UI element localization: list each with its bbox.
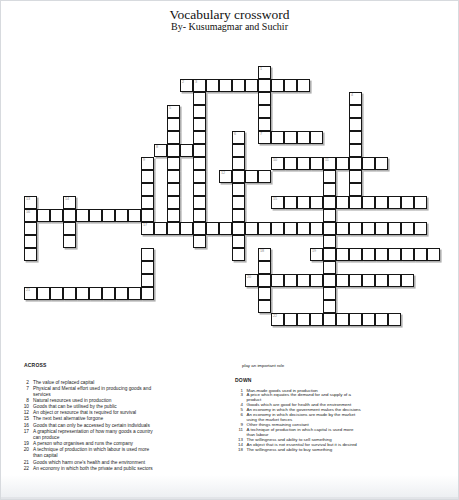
grid-cell[interactable]: 10: [271, 157, 284, 170]
clue-number: 2: [182, 80, 184, 84]
grid-cell[interactable]: [258, 105, 271, 118]
clue-number: 22: [273, 314, 277, 318]
grid-cell[interactable]: [193, 196, 206, 209]
grid-cell[interactable]: [141, 196, 154, 209]
grid-cell[interactable]: [414, 222, 427, 235]
grid-cell[interactable]: [310, 196, 323, 209]
grid-cell[interactable]: [141, 287, 154, 300]
grid-cell[interactable]: [206, 79, 219, 92]
clue-item-text: The willingness and ability to buy somet…: [247, 448, 333, 453]
clue-number: 8: [156, 145, 158, 149]
clue-number: 5: [169, 106, 171, 110]
grid-cell[interactable]: [414, 248, 427, 261]
grid-cell[interactable]: 5: [167, 105, 180, 118]
clue-number: 1: [260, 67, 262, 71]
grid-cell[interactable]: [232, 209, 245, 222]
grid-cell[interactable]: [24, 222, 37, 235]
clue-item-number: 18: [234, 448, 243, 453]
grid-cell[interactable]: [193, 105, 206, 118]
grid-cell[interactable]: [232, 183, 245, 196]
clue-item: 22An economy in which both the private a…: [20, 466, 230, 472]
clue-number: 16: [26, 210, 30, 214]
grid-cell[interactable]: [323, 248, 336, 261]
grid-cell[interactable]: [297, 196, 310, 209]
grid-cell[interactable]: [323, 209, 336, 222]
grid-cell[interactable]: [336, 222, 349, 235]
grid-cell[interactable]: [284, 157, 297, 170]
grid-cell[interactable]: [167, 170, 180, 183]
grid-cell[interactable]: [258, 261, 271, 274]
clue-item: 18The willingness and ability to buy som…: [234, 448, 444, 453]
grid-cell[interactable]: [193, 235, 206, 248]
down-clue-list: 1Man-made goods used in production3A pri…: [234, 389, 444, 453]
clue-number: 12: [221, 171, 225, 175]
grid-cell[interactable]: [323, 183, 336, 196]
grid-cell[interactable]: [232, 248, 245, 261]
grid-cell[interactable]: [388, 248, 401, 261]
grid-cell[interactable]: [297, 157, 310, 170]
grid-cell[interactable]: [349, 118, 362, 131]
grid-cell[interactable]: [349, 157, 362, 170]
grid-cell[interactable]: 13: [24, 196, 37, 209]
grid-cell[interactable]: [310, 157, 323, 170]
grid-cell[interactable]: [167, 144, 180, 157]
grid-cell[interactable]: [89, 209, 102, 222]
grid-cell[interactable]: [349, 196, 362, 209]
grid-cell[interactable]: [323, 261, 336, 274]
clue-number: 6: [234, 132, 236, 136]
grid-cell[interactable]: [401, 274, 414, 287]
grid-cell[interactable]: [193, 131, 206, 144]
grid-cell[interactable]: [310, 131, 323, 144]
grid-cell[interactable]: [167, 196, 180, 209]
clue-number: 17: [143, 223, 147, 227]
grid-cell[interactable]: [323, 313, 336, 326]
grid-cell[interactable]: 1: [258, 66, 271, 79]
clue-item-text: Physical and Mental effort used in produ…: [33, 386, 151, 398]
grid-cell[interactable]: [323, 300, 336, 313]
grid-cell[interactable]: [245, 170, 258, 183]
grid-cell[interactable]: [141, 183, 154, 196]
grid-cell[interactable]: [323, 222, 336, 235]
grid-cell[interactable]: [362, 196, 375, 209]
grid-cell[interactable]: [50, 209, 63, 222]
grid-cell[interactable]: [193, 209, 206, 222]
grid-cell[interactable]: [401, 248, 414, 261]
grid-cell[interactable]: [284, 196, 297, 209]
grid-cell[interactable]: [258, 222, 271, 235]
grid-cell[interactable]: [232, 157, 245, 170]
grid-cell[interactable]: [310, 222, 323, 235]
grid-cell[interactable]: [258, 92, 271, 105]
grid-cell[interactable]: [167, 157, 180, 170]
grid-cell[interactable]: 7: [258, 131, 271, 144]
grid-cell[interactable]: [271, 79, 284, 92]
grid-cell[interactable]: [141, 261, 154, 274]
grid-cell[interactable]: 21: [24, 287, 37, 300]
grid-cell[interactable]: 22: [271, 313, 284, 326]
grid-cell[interactable]: [219, 79, 232, 92]
grid-cell[interactable]: [336, 196, 349, 209]
grid-cell[interactable]: [141, 170, 154, 183]
clue-number: 14: [65, 197, 69, 201]
grid-cell[interactable]: [167, 131, 180, 144]
grid-cell[interactable]: 15: [271, 196, 284, 209]
grid-cell[interactable]: [310, 313, 323, 326]
grid-cell[interactable]: [297, 274, 310, 287]
grid-cell[interactable]: [349, 274, 362, 287]
grid-cell[interactable]: [37, 287, 50, 300]
clue-item-number: 17: [20, 429, 29, 441]
clue-item-number: 7: [20, 386, 29, 398]
clue-item: 7Physical and Mental effort used in prod…: [20, 386, 230, 398]
clue-number: 15: [273, 197, 277, 201]
grid-cell[interactable]: [362, 248, 375, 261]
grid-cell[interactable]: 18: [258, 248, 271, 261]
grid-cell[interactable]: [154, 222, 167, 235]
grid-cell[interactable]: [232, 144, 245, 157]
grid-cell[interactable]: [193, 183, 206, 196]
grid-cell[interactable]: [258, 118, 271, 131]
grid-cell[interactable]: [193, 222, 206, 235]
grid-cell[interactable]: [284, 79, 297, 92]
grid-cell[interactable]: [232, 222, 245, 235]
grid-cell[interactable]: [349, 248, 362, 261]
grid-cell[interactable]: [297, 131, 310, 144]
grid-cell[interactable]: [141, 248, 154, 261]
grid-cell[interactable]: 6: [232, 131, 245, 144]
grid-cell[interactable]: [76, 287, 89, 300]
grid-cell[interactable]: [258, 79, 271, 92]
clue-number: 18: [260, 249, 264, 253]
clue-number: 19: [312, 249, 316, 253]
grid-cell[interactable]: [284, 274, 297, 287]
grid-cell[interactable]: [193, 170, 206, 183]
grid-cell[interactable]: [193, 118, 206, 131]
grid-cell[interactable]: [349, 131, 362, 144]
grid-cell[interactable]: [128, 209, 141, 222]
grid-cell[interactable]: [180, 144, 193, 157]
grid-cell[interactable]: [414, 196, 427, 209]
grid-cell[interactable]: [115, 209, 128, 222]
grid-cell[interactable]: [232, 196, 245, 209]
grid-cell[interactable]: [284, 222, 297, 235]
clue-item-number: 20: [20, 447, 29, 459]
grid-cell[interactable]: 12: [219, 170, 232, 183]
grid-cell[interactable]: [76, 209, 89, 222]
grid-cell[interactable]: [323, 170, 336, 183]
grid-cell[interactable]: [271, 222, 284, 235]
grid-cell[interactable]: [401, 196, 414, 209]
grid-cell[interactable]: [193, 92, 206, 105]
across-header: ACROSS: [24, 362, 47, 368]
grid-cell[interactable]: [167, 118, 180, 131]
grid-cell[interactable]: [375, 248, 388, 261]
grid-cell[interactable]: [115, 287, 128, 300]
clue-number: 21: [26, 288, 30, 292]
grid-cell[interactable]: [362, 313, 375, 326]
page-bottom-shade: [1, 475, 458, 499]
grid-cell[interactable]: [401, 222, 414, 235]
grid-cell[interactable]: [362, 157, 375, 170]
grid-cell[interactable]: [193, 157, 206, 170]
grid-cell[interactable]: [219, 222, 232, 235]
grid-cell[interactable]: [24, 248, 37, 261]
grid-cell[interactable]: 8: [154, 144, 167, 157]
grid-cell[interactable]: [167, 183, 180, 196]
grid-cell[interactable]: [375, 222, 388, 235]
grid-cell[interactable]: [206, 222, 219, 235]
grid-cell[interactable]: [336, 157, 349, 170]
clue-item-number: 22: [20, 466, 29, 472]
grid-cell[interactable]: 17: [141, 222, 154, 235]
clue-number: 7: [260, 132, 262, 136]
page-byline: By- Kusumagmar and Suchir: [1, 21, 458, 32]
grid-cell[interactable]: [37, 209, 50, 222]
grid-cell[interactable]: [349, 105, 362, 118]
grid-cell[interactable]: [349, 222, 362, 235]
grid-cell[interactable]: [297, 313, 310, 326]
grid-cell[interactable]: 3: [193, 79, 206, 92]
grid-cell[interactable]: [323, 274, 336, 287]
grid-cell[interactable]: 4: [349, 92, 362, 105]
grid-cell[interactable]: [271, 274, 284, 287]
grid-cell[interactable]: [375, 157, 388, 170]
grid-cell[interactable]: [89, 287, 102, 300]
clue-22-overflow-text: play an important role: [242, 363, 284, 368]
grid-cell[interactable]: 9: [141, 157, 154, 170]
grid-cell[interactable]: [258, 300, 271, 313]
grid-cell[interactable]: [232, 235, 245, 248]
crossword-page: Vocabulary crossword By- Kusumagmar and …: [0, 0, 459, 500]
clue-number: 10: [273, 158, 277, 162]
grid-cell[interactable]: [375, 274, 388, 287]
grid-cell[interactable]: [388, 222, 401, 235]
grid-cell[interactable]: 14: [63, 196, 76, 209]
grid-cell[interactable]: [128, 287, 141, 300]
clue-number: 11: [325, 158, 329, 162]
grid-cell[interactable]: [258, 287, 271, 300]
crossword-grid: 12345678910111213141516171819202122: [11, 66, 453, 326]
clue-item-text: An economy in which both the private and…: [33, 466, 153, 472]
grid-cell[interactable]: [323, 196, 336, 209]
grid-cell[interactable]: [63, 222, 76, 235]
grid-cell[interactable]: [50, 287, 63, 300]
grid-cell[interactable]: [193, 144, 206, 157]
grid-cell[interactable]: 2: [180, 79, 193, 92]
grid-cell[interactable]: [232, 170, 245, 183]
grid-cell[interactable]: [388, 196, 401, 209]
grid-cell[interactable]: [167, 209, 180, 222]
grid-cell[interactable]: [375, 196, 388, 209]
grid-cell[interactable]: [232, 79, 245, 92]
grid-cell[interactable]: [63, 235, 76, 248]
grid-cell[interactable]: [297, 222, 310, 235]
grid-cell[interactable]: [388, 313, 401, 326]
grid-cell[interactable]: [362, 222, 375, 235]
grid-cell[interactable]: [63, 209, 76, 222]
grid-cell[interactable]: [245, 79, 258, 92]
grid-cell[interactable]: [63, 287, 76, 300]
grid-cell[interactable]: [336, 313, 349, 326]
grid-cell[interactable]: [297, 79, 310, 92]
grid-cell[interactable]: [362, 274, 375, 287]
clue-number: 20: [247, 275, 251, 279]
grid-cell[interactable]: [375, 313, 388, 326]
grid-cell[interactable]: [271, 131, 284, 144]
grid-cell[interactable]: [167, 222, 180, 235]
grid-cell[interactable]: 11: [323, 157, 336, 170]
grid-cell[interactable]: [258, 274, 271, 287]
grid-cell[interactable]: [24, 235, 37, 248]
grid-cell[interactable]: [349, 144, 362, 157]
grid-cell[interactable]: [180, 222, 193, 235]
clue-number: 13: [26, 197, 30, 201]
grid-cell[interactable]: [284, 313, 297, 326]
clue-item: 17A graphical representation of how many…: [20, 429, 230, 441]
grid-cell[interactable]: [427, 248, 440, 261]
grid-cell[interactable]: [102, 287, 115, 300]
grid-cell[interactable]: [336, 274, 349, 287]
grid-cell[interactable]: 20: [245, 274, 258, 287]
grid-cell[interactable]: [258, 170, 271, 183]
grid-cell[interactable]: 16: [24, 209, 37, 222]
grid-cell[interactable]: [323, 287, 336, 300]
across-clue-list: 2The value of replaced capital7Physical …: [20, 380, 230, 472]
grid-cell[interactable]: [323, 235, 336, 248]
down-header: DOWN: [235, 377, 252, 383]
grid-cell[interactable]: [388, 274, 401, 287]
grid-cell[interactable]: [310, 274, 323, 287]
clue-item-text: A graphical representation of how many g…: [33, 429, 153, 441]
grid-cell[interactable]: [141, 274, 154, 287]
grid-cell[interactable]: [141, 209, 154, 222]
clue-item-text: A technique of production in which labou…: [33, 447, 149, 459]
clue-number: 3: [195, 80, 197, 84]
grid-cell[interactable]: 19: [310, 248, 323, 261]
grid-cell[interactable]: [349, 313, 362, 326]
grid-cell[interactable]: [102, 209, 115, 222]
clue-number: 9: [143, 158, 145, 162]
clue-item: 20A technique of production in which lab…: [20, 447, 230, 459]
grid-cell[interactable]: [245, 222, 258, 235]
grid-cell[interactable]: [349, 183, 362, 196]
grid-cell[interactable]: [349, 170, 362, 183]
clue-number: 4: [351, 93, 353, 97]
grid-cell[interactable]: [336, 248, 349, 261]
grid-cell[interactable]: [284, 131, 297, 144]
